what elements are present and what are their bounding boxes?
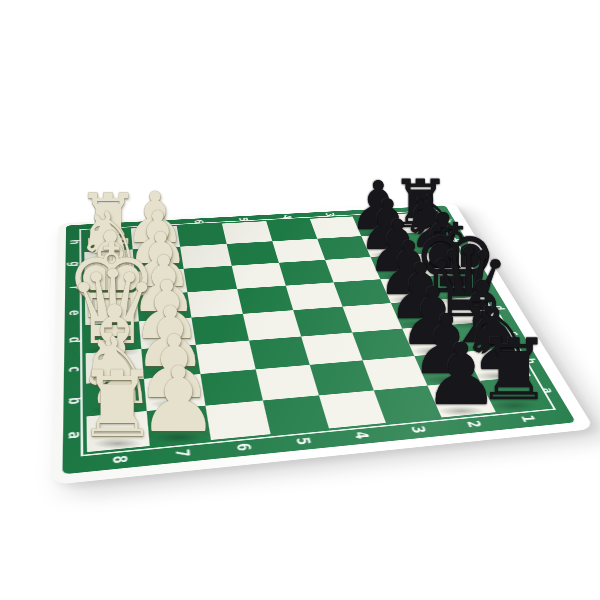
- rank-label-bottom-4: 4: [351, 431, 371, 440]
- square-e6: [187, 289, 242, 318]
- square-f5: [232, 263, 286, 289]
- square-f7: [135, 269, 188, 296]
- square-a6: [205, 400, 270, 440]
- square-h1: [395, 212, 447, 234]
- square-f1: [415, 251, 471, 276]
- square-h5: [222, 221, 272, 244]
- square-e5: [237, 286, 293, 314]
- file-label-left-h: h: [67, 239, 82, 244]
- file-label-right-a: a: [540, 387, 557, 394]
- rank-label-top-5: 5: [237, 217, 249, 221]
- square-c5: [249, 337, 310, 370]
- rank-label-bottom-8: 8: [109, 455, 128, 465]
- square-a7: [147, 406, 211, 446]
- rank-label-top-1: 1: [407, 208, 420, 212]
- square-g7: [133, 247, 184, 272]
- square-e8: [85, 296, 139, 326]
- square-a8: [87, 411, 150, 452]
- file-label-right-g: g: [453, 238, 466, 242]
- rank-label-bottom-3: 3: [408, 425, 428, 434]
- square-g4: [272, 239, 325, 263]
- chess-board: [84, 212, 549, 452]
- file-label-right-h: h: [442, 219, 455, 223]
- rank-label-top-6: 6: [193, 220, 205, 224]
- file-label-right-c: c: [507, 331, 522, 336]
- square-d7: [139, 318, 196, 349]
- square-c6: [196, 341, 256, 374]
- chess-set-product-photo: hh88gg77ff66ee55dd44cc33bb22aa11 ♜♟♟♜♞♟♟…: [0, 0, 600, 600]
- rank-label-top-7: 7: [147, 222, 159, 226]
- rollup-vinyl-mat: hh88gg77ff66ee55dd44cc33bb22aa11: [52, 203, 595, 485]
- file-label-right-b: b: [523, 358, 539, 364]
- square-g1: [405, 231, 459, 254]
- file-label-left-a: a: [65, 431, 84, 440]
- square-h7: [131, 226, 180, 249]
- file-label-right-e: e: [478, 282, 492, 287]
- rank-label-top-2: 2: [366, 210, 378, 214]
- file-label-left-g: g: [67, 261, 82, 267]
- square-e7: [137, 292, 192, 321]
- file-label-left-e: e: [66, 310, 82, 316]
- file-label-left-b: b: [65, 396, 83, 405]
- square-e4: [286, 282, 343, 310]
- square-a5: [263, 395, 329, 434]
- rank-label-top-8: 8: [101, 224, 113, 228]
- file-label-left-d: d: [66, 336, 83, 343]
- square-g6: [180, 244, 232, 269]
- file-label-left-c: c: [66, 366, 83, 373]
- square-b6: [200, 369, 262, 405]
- rank-label-bottom-1: 1: [518, 414, 538, 422]
- square-g5: [227, 241, 279, 265]
- square-g8: [84, 249, 134, 275]
- square-f8: [85, 272, 137, 299]
- square-h4: [266, 219, 317, 241]
- file-label-right-d: d: [492, 305, 507, 311]
- square-h6: [177, 224, 227, 247]
- rank-label-bottom-7: 7: [172, 448, 192, 458]
- rank-label-top-4: 4: [281, 215, 293, 219]
- square-f6: [184, 266, 237, 293]
- square-d8: [85, 321, 141, 353]
- rank-label-bottom-6: 6: [233, 442, 253, 451]
- square-c7: [141, 345, 200, 379]
- square-h8: [84, 228, 133, 252]
- square-b5: [256, 365, 319, 401]
- rank-label-bottom-2: 2: [463, 420, 483, 429]
- square-d5: [243, 310, 301, 340]
- rank-label-bottom-5: 5: [293, 437, 313, 446]
- square-d6: [191, 314, 249, 345]
- file-label-right-f: f: [466, 260, 479, 263]
- rank-label-top-3: 3: [324, 213, 336, 217]
- square-f4: [279, 260, 334, 286]
- board-border: hh88gg77ff66ee55dd44cc33bb22aa11: [62, 205, 575, 474]
- file-label-left-f: f: [67, 285, 83, 289]
